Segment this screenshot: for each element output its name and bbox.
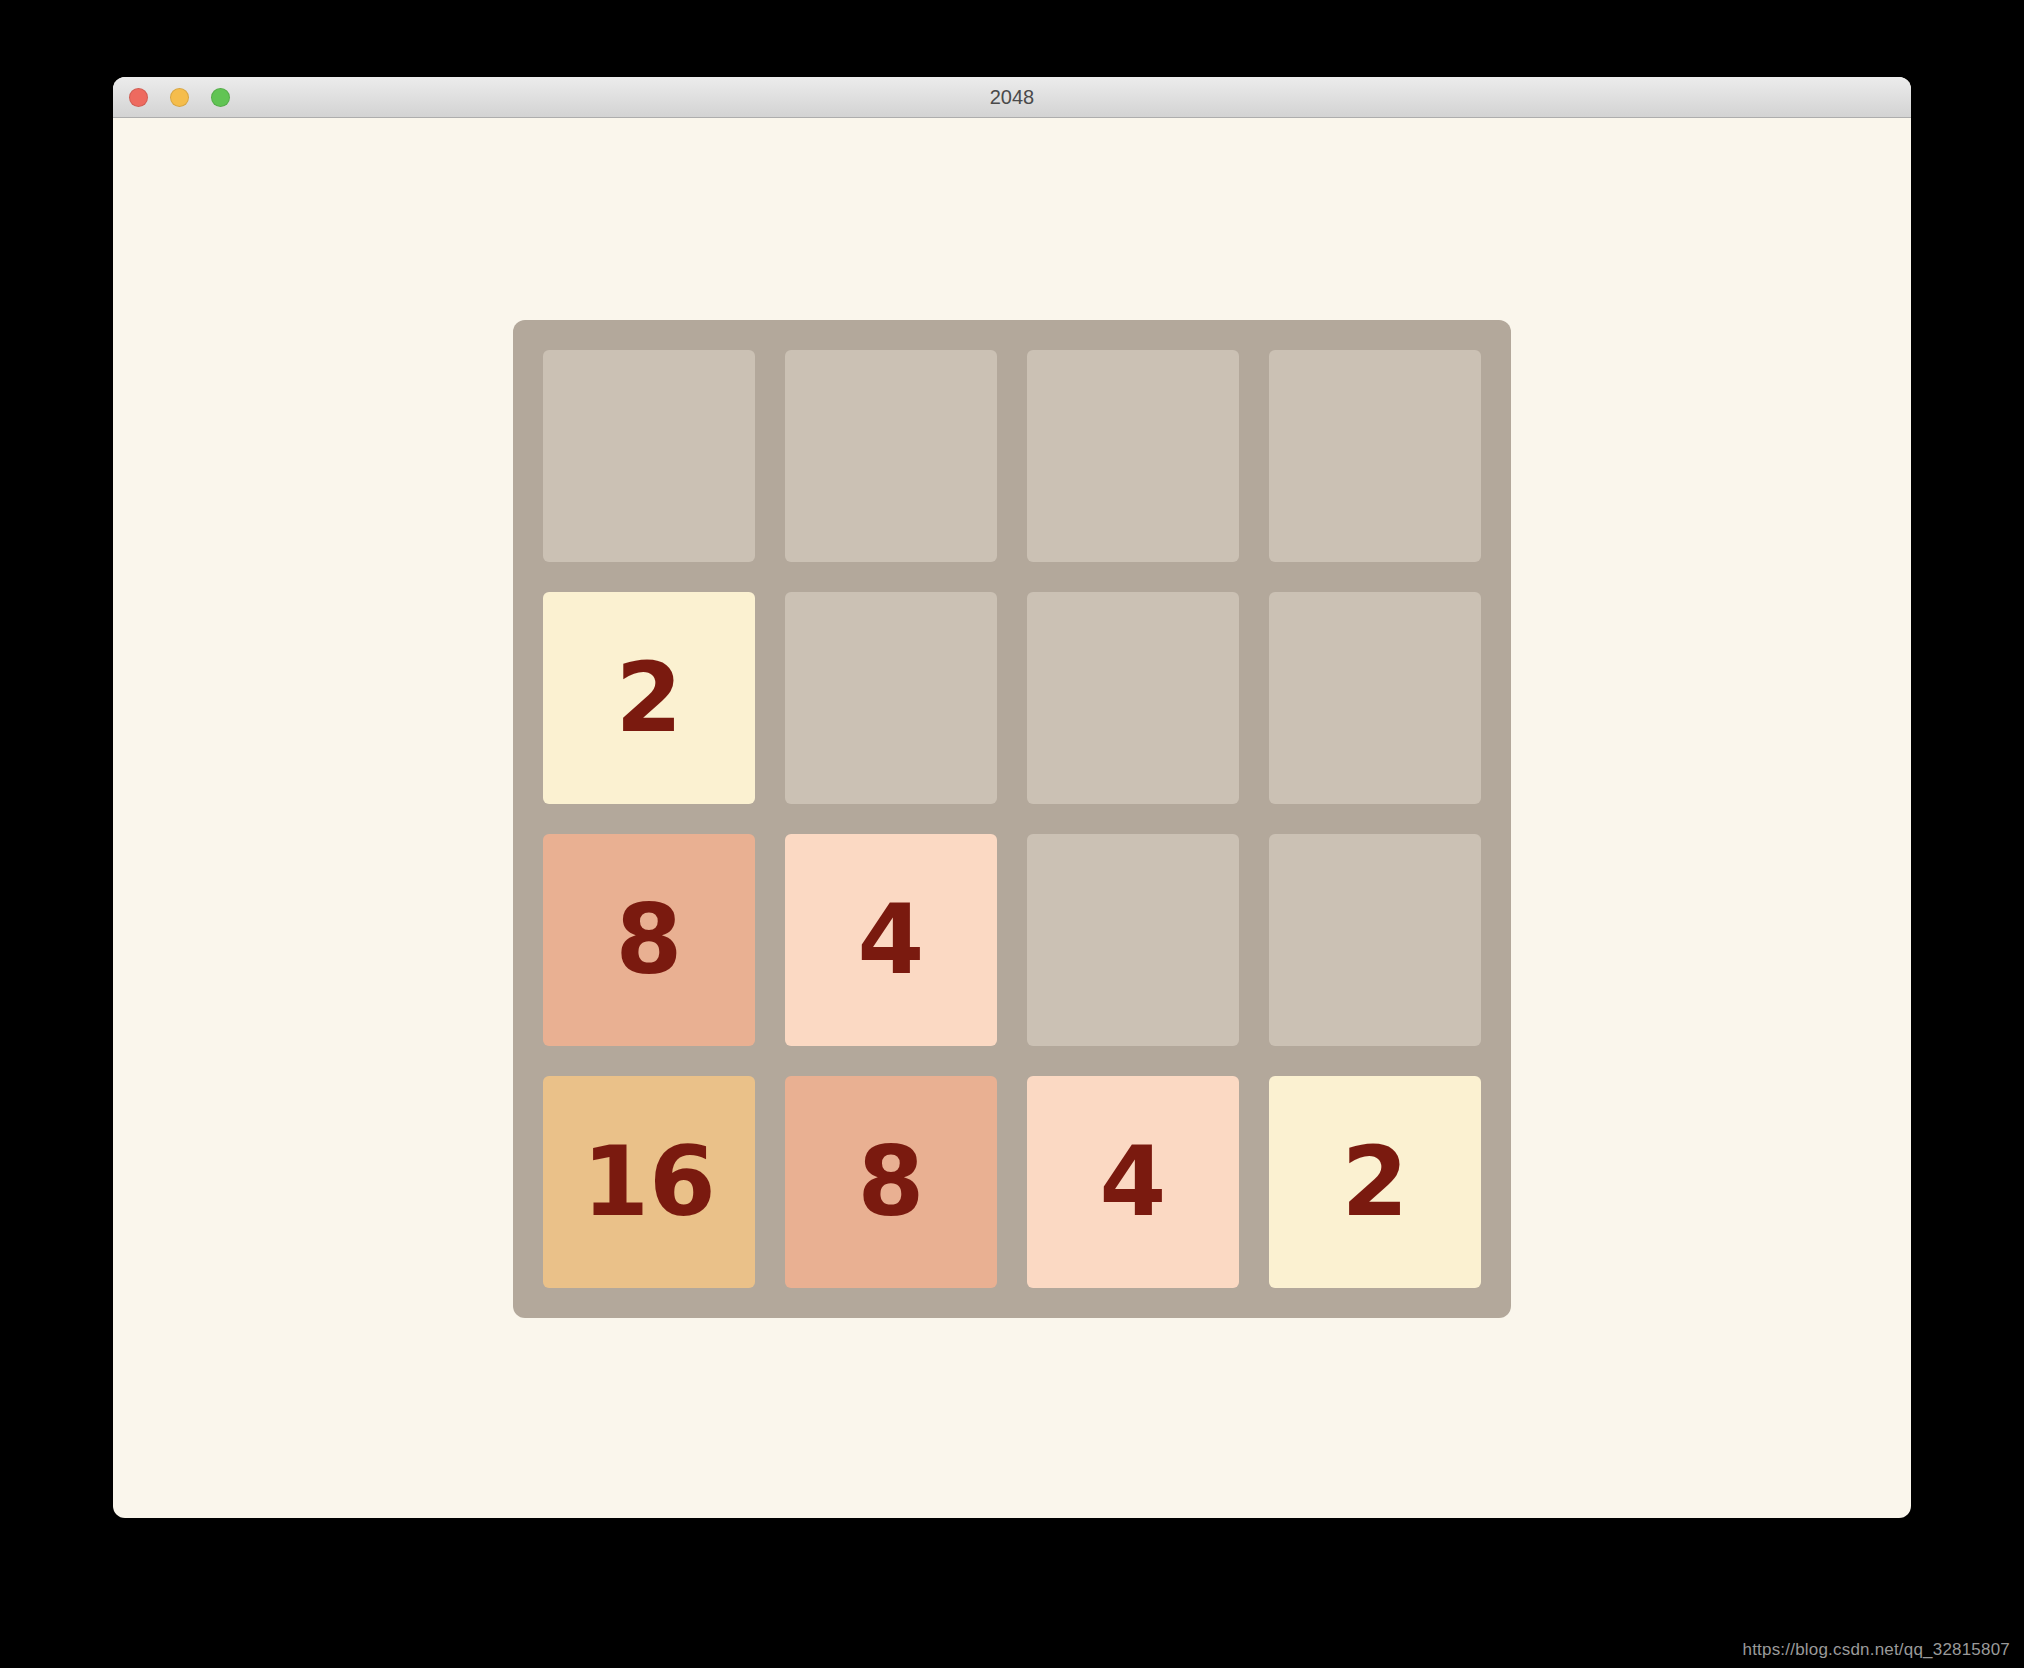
cell-r2c4 bbox=[1269, 592, 1481, 804]
cell-r1c3 bbox=[1027, 350, 1239, 562]
watermark-url: https://blog.csdn.net/qq_32815807 bbox=[1743, 1640, 2010, 1660]
cell-r1c2 bbox=[785, 350, 997, 562]
board: 28416842 bbox=[513, 320, 1511, 1318]
window-titlebar[interactable]: 2048 bbox=[113, 77, 1911, 118]
tile-8-r4c2: 8 bbox=[785, 1076, 997, 1288]
cell-r3c4 bbox=[1269, 834, 1481, 1046]
game-window: 2048 28416842 bbox=[113, 77, 1911, 1518]
cell-r3c3 bbox=[1027, 834, 1239, 1046]
tile-2-r2c1: 2 bbox=[543, 592, 755, 804]
desktop-background: 2048 28416842 https://blog.csdn.net/qq_3… bbox=[0, 0, 2024, 1668]
tile-4-r4c3: 4 bbox=[1027, 1076, 1239, 1288]
tile-8-r3c1: 8 bbox=[543, 834, 755, 1046]
tile-16-r4c1: 16 bbox=[543, 1076, 755, 1288]
cell-r1c4 bbox=[1269, 350, 1481, 562]
window-title: 2048 bbox=[113, 77, 1911, 117]
cell-r1c1 bbox=[543, 350, 755, 562]
game-content: 28416842 bbox=[113, 118, 1911, 1518]
cell-r2c2 bbox=[785, 592, 997, 804]
cell-r2c3 bbox=[1027, 592, 1239, 804]
tile-2-r4c4: 2 bbox=[1269, 1076, 1481, 1288]
tile-4-r3c2: 4 bbox=[785, 834, 997, 1046]
